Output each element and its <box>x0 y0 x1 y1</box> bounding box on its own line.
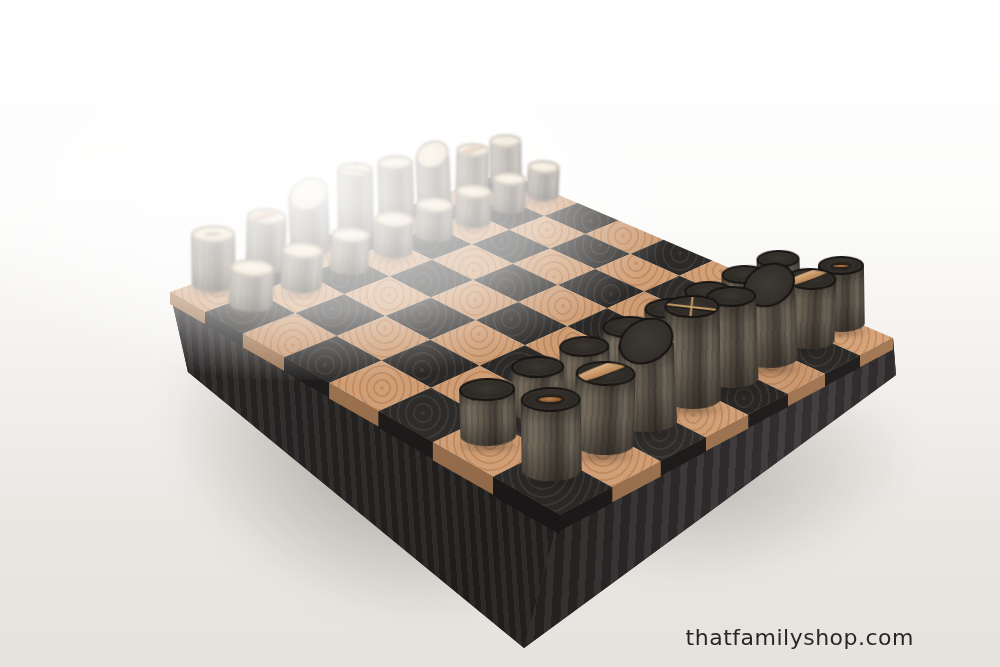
piece-white-pawn-e2 <box>372 210 414 267</box>
log-top-face <box>246 207 286 225</box>
piece-black-knight-g8 <box>573 360 636 469</box>
piece-white-pawn-f2 <box>329 226 370 284</box>
rook-drilled-hole <box>498 138 513 144</box>
knight-wedge-cut <box>457 143 490 157</box>
piece-white-pawn-d2 <box>414 197 454 252</box>
log-top-face <box>489 134 521 148</box>
photo-scene: thatfamilyshop.com <box>0 0 1000 667</box>
knight-wedge-cut <box>246 207 286 224</box>
rook-drilled-hole <box>536 394 565 405</box>
piece-white-pawn-g2 <box>280 242 323 303</box>
piece-white-pawn-h2 <box>228 258 274 322</box>
piece-white-pawn-b2 <box>491 171 527 222</box>
watermark-text: thatfamilyshop.com <box>686 625 914 650</box>
piece-white-pawn-c2 <box>454 184 492 237</box>
piece-black-rook-h8 <box>521 387 582 495</box>
rook-drilled-hole <box>202 230 223 238</box>
chess-board <box>0 0 1000 667</box>
piece-white-pawn-a2 <box>526 160 560 209</box>
piece-black-pawn-h7 <box>459 377 517 458</box>
